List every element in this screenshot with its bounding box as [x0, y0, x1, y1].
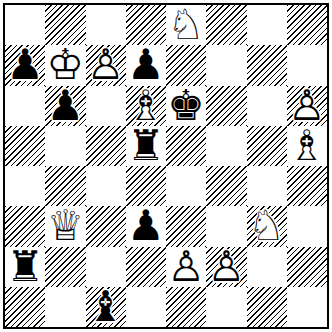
piece-black-bishop: ♝ — [86, 287, 126, 327]
white-pawn-glyph: ♙ — [208, 247, 246, 287]
square-f7 — [206, 45, 246, 85]
square-b6: ♟ — [45, 86, 85, 126]
square-c6 — [86, 86, 126, 126]
white-pawn-glyph: ♙ — [288, 86, 326, 126]
piece-black-pawn: ♟ — [5, 45, 45, 85]
square-d1 — [126, 287, 166, 327]
square-c2 — [86, 247, 126, 287]
black-king-glyph: ♚ — [167, 86, 205, 126]
square-f1 — [206, 287, 246, 327]
square-a1 — [5, 287, 45, 327]
black-pawn-glyph: ♟ — [127, 206, 165, 246]
square-d6: ♝♗ — [126, 86, 166, 126]
square-d4 — [126, 166, 166, 206]
square-h8 — [287, 5, 327, 45]
square-h7 — [287, 45, 327, 85]
square-b1 — [45, 287, 85, 327]
square-h5: ♝♗ — [287, 126, 327, 166]
square-h3 — [287, 206, 327, 246]
piece-black-rook: ♜ — [126, 126, 166, 166]
square-h4 — [287, 166, 327, 206]
piece-black-king: ♚ — [166, 86, 206, 126]
square-c3 — [86, 206, 126, 246]
black-rook-glyph: ♜ — [6, 247, 44, 287]
square-g3: ♞♘ — [247, 206, 287, 246]
square-f4 — [206, 166, 246, 206]
square-h6: ♟♙ — [287, 86, 327, 126]
black-pawn-glyph: ♟ — [127, 45, 165, 85]
piece-white-pawn: ♟♙ — [86, 45, 126, 85]
square-g5 — [247, 126, 287, 166]
square-g2 — [247, 247, 287, 287]
square-c8 — [86, 5, 126, 45]
square-e4 — [166, 166, 206, 206]
white-king-glyph: ♔ — [47, 45, 85, 85]
chess-board: ♞♘♟♚♔♟♙♟♟♝♗♚♟♙♜♝♗♛♕♟♞♘♜♟♙♟♙♝ — [3, 3, 329, 329]
piece-black-pawn: ♟ — [45, 86, 85, 126]
square-a2: ♜ — [5, 247, 45, 287]
square-f5 — [206, 126, 246, 166]
piece-white-pawn: ♟♙ — [166, 247, 206, 287]
white-pawn-glyph: ♙ — [167, 247, 205, 287]
square-c4 — [86, 166, 126, 206]
white-pawn-glyph: ♙ — [87, 45, 125, 85]
square-g7 — [247, 45, 287, 85]
piece-white-knight: ♞♘ — [247, 206, 287, 246]
square-d7: ♟ — [126, 45, 166, 85]
piece-white-king: ♚♔ — [45, 45, 85, 85]
square-d3: ♟ — [126, 206, 166, 246]
square-h2 — [287, 247, 327, 287]
piece-white-queen: ♛♕ — [45, 206, 85, 246]
piece-white-knight: ♞♘ — [166, 5, 206, 45]
square-f2: ♟♙ — [206, 247, 246, 287]
square-g8 — [247, 5, 287, 45]
white-knight-glyph: ♘ — [248, 206, 286, 246]
square-a6 — [5, 86, 45, 126]
square-c5 — [86, 126, 126, 166]
square-c7: ♟♙ — [86, 45, 126, 85]
square-a4 — [5, 166, 45, 206]
square-e3 — [166, 206, 206, 246]
square-a8 — [5, 5, 45, 45]
square-b2 — [45, 247, 85, 287]
square-a7: ♟ — [5, 45, 45, 85]
square-b5 — [45, 126, 85, 166]
square-d8 — [126, 5, 166, 45]
square-a5 — [5, 126, 45, 166]
square-f6 — [206, 86, 246, 126]
piece-black-rook: ♜ — [5, 247, 45, 287]
black-rook-glyph: ♜ — [127, 126, 165, 166]
square-e6: ♚ — [166, 86, 206, 126]
square-e8: ♞♘ — [166, 5, 206, 45]
square-g4 — [247, 166, 287, 206]
square-c1: ♝ — [86, 287, 126, 327]
square-a3 — [5, 206, 45, 246]
piece-white-bishop: ♝♗ — [126, 86, 166, 126]
square-g6 — [247, 86, 287, 126]
chess-diagram: ♞♘♟♚♔♟♙♟♟♝♗♚♟♙♜♝♗♛♕♟♞♘♜♟♙♟♙♝ — [0, 0, 332, 332]
piece-white-pawn: ♟♙ — [206, 247, 246, 287]
piece-white-pawn: ♟♙ — [287, 86, 327, 126]
square-b8 — [45, 5, 85, 45]
white-queen-glyph: ♕ — [47, 206, 85, 246]
square-f3 — [206, 206, 246, 246]
square-g1 — [247, 287, 287, 327]
square-h1 — [287, 287, 327, 327]
piece-black-pawn: ♟ — [126, 45, 166, 85]
square-e7 — [166, 45, 206, 85]
square-d5: ♜ — [126, 126, 166, 166]
square-b7: ♚♔ — [45, 45, 85, 85]
white-bishop-glyph: ♗ — [288, 126, 326, 166]
piece-black-pawn: ♟ — [126, 206, 166, 246]
square-e5 — [166, 126, 206, 166]
square-b4 — [45, 166, 85, 206]
black-pawn-glyph: ♟ — [47, 86, 85, 126]
black-pawn-glyph: ♟ — [6, 45, 44, 85]
black-bishop-glyph: ♝ — [87, 287, 125, 327]
white-knight-glyph: ♘ — [167, 5, 205, 45]
square-f8 — [206, 5, 246, 45]
square-e1 — [166, 287, 206, 327]
piece-white-bishop: ♝♗ — [287, 126, 327, 166]
square-d2 — [126, 247, 166, 287]
square-b3: ♛♕ — [45, 206, 85, 246]
square-e2: ♟♙ — [166, 247, 206, 287]
white-bishop-glyph: ♗ — [127, 86, 165, 126]
